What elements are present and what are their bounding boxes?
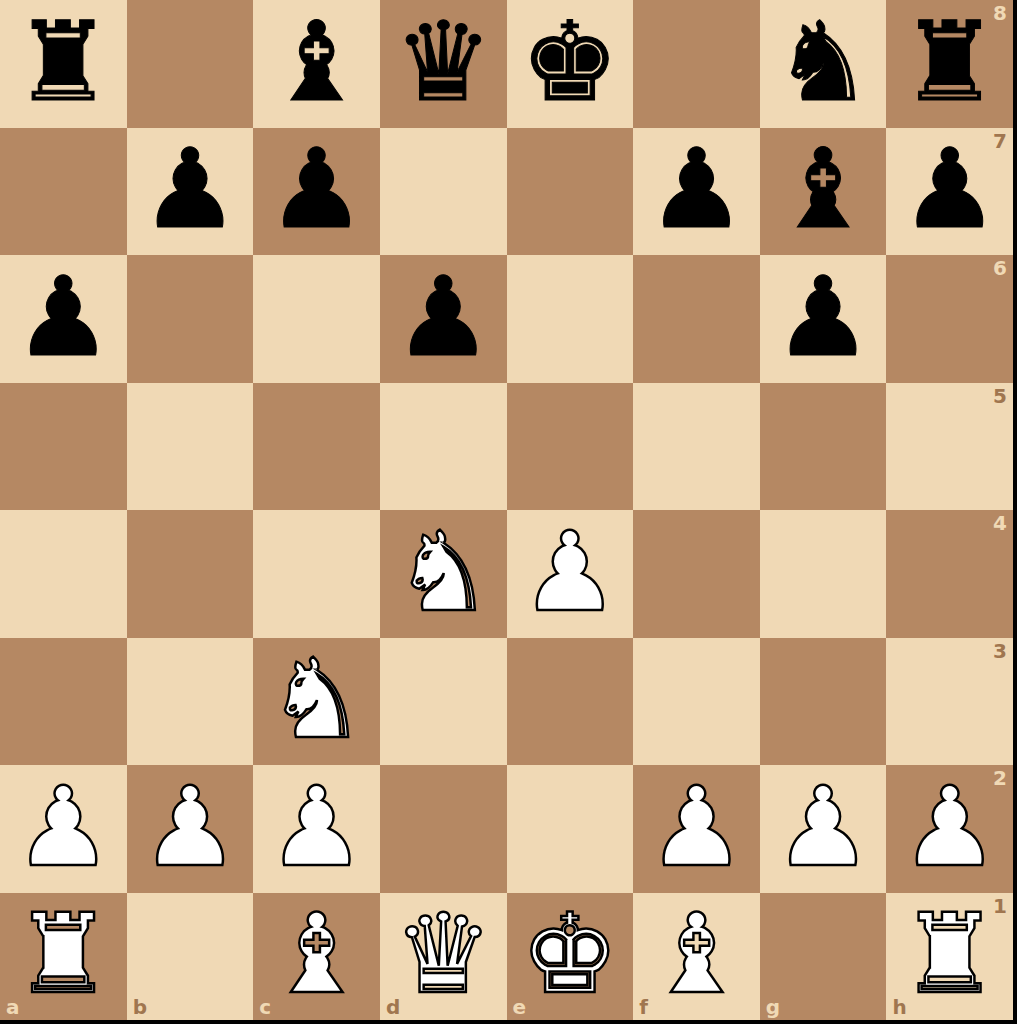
- square-h5[interactable]: 5: [886, 383, 1013, 511]
- square-a4[interactable]: [0, 510, 127, 638]
- square-a3[interactable]: [0, 638, 127, 766]
- square-a7[interactable]: [0, 128, 127, 256]
- black-queen[interactable]: ♛: [394, 7, 493, 117]
- white-pawn[interactable]: ♟: [521, 517, 620, 627]
- square-d6[interactable]: ♟: [380, 255, 507, 383]
- square-h8[interactable]: 8♜: [886, 0, 1013, 128]
- square-f1[interactable]: f♝: [633, 893, 760, 1021]
- square-d7[interactable]: [380, 128, 507, 256]
- square-c1[interactable]: c♝: [253, 893, 380, 1021]
- page: ♜♝♛♚♞8♜♟♟♟♝7♟♟♟♟65♞♟4♞3♟♟♟♟♟2♟a♜bc♝d♛e♚f…: [0, 0, 1017, 1024]
- square-f7[interactable]: ♟: [633, 128, 760, 256]
- square-g4[interactable]: [760, 510, 887, 638]
- white-pawn[interactable]: ♟: [647, 772, 746, 882]
- black-knight[interactable]: ♞: [774, 7, 873, 117]
- white-pawn[interactable]: ♟: [267, 772, 366, 882]
- square-e5[interactable]: [507, 383, 634, 511]
- square-a1[interactable]: a♜: [0, 893, 127, 1021]
- square-g6[interactable]: ♟: [760, 255, 887, 383]
- square-c8[interactable]: ♝: [253, 0, 380, 128]
- square-b7[interactable]: ♟: [127, 128, 254, 256]
- black-pawn[interactable]: ♟: [267, 134, 366, 244]
- square-a2[interactable]: ♟: [0, 765, 127, 893]
- square-e1[interactable]: e♚: [507, 893, 634, 1021]
- square-b2[interactable]: ♟: [127, 765, 254, 893]
- square-f6[interactable]: [633, 255, 760, 383]
- black-king[interactable]: ♚: [521, 7, 620, 117]
- rank-label-6: 6: [993, 258, 1007, 278]
- square-f8[interactable]: [633, 0, 760, 128]
- square-b8[interactable]: [127, 0, 254, 128]
- white-pawn[interactable]: ♟: [900, 772, 999, 882]
- square-a5[interactable]: [0, 383, 127, 511]
- rank-label-5: 5: [993, 386, 1007, 406]
- square-a6[interactable]: ♟: [0, 255, 127, 383]
- square-e3[interactable]: [507, 638, 634, 766]
- square-d8[interactable]: ♛: [380, 0, 507, 128]
- square-h7[interactable]: 7♟: [886, 128, 1013, 256]
- square-c3[interactable]: ♞: [253, 638, 380, 766]
- black-bishop[interactable]: ♝: [267, 7, 366, 117]
- square-g8[interactable]: ♞: [760, 0, 887, 128]
- square-f2[interactable]: ♟: [633, 765, 760, 893]
- square-b5[interactable]: [127, 383, 254, 511]
- black-rook[interactable]: ♜: [14, 7, 113, 117]
- chess-board: ♜♝♛♚♞8♜♟♟♟♝7♟♟♟♟65♞♟4♞3♟♟♟♟♟2♟a♜bc♝d♛e♚f…: [0, 0, 1013, 1020]
- square-h3[interactable]: 3: [886, 638, 1013, 766]
- square-g2[interactable]: ♟: [760, 765, 887, 893]
- square-d2[interactable]: [380, 765, 507, 893]
- square-h2[interactable]: 2♟: [886, 765, 1013, 893]
- square-b4[interactable]: [127, 510, 254, 638]
- black-pawn[interactable]: ♟: [14, 262, 113, 372]
- rank-label-4: 4: [993, 513, 1007, 533]
- square-d1[interactable]: d♛: [380, 893, 507, 1021]
- square-c5[interactable]: [253, 383, 380, 511]
- square-h6[interactable]: 6: [886, 255, 1013, 383]
- square-b1[interactable]: b: [127, 893, 254, 1021]
- white-pawn[interactable]: ♟: [141, 772, 240, 882]
- square-f5[interactable]: [633, 383, 760, 511]
- black-pawn[interactable]: ♟: [647, 134, 746, 244]
- square-c7[interactable]: ♟: [253, 128, 380, 256]
- square-e2[interactable]: [507, 765, 634, 893]
- white-queen[interactable]: ♛: [394, 899, 493, 1009]
- rank-label-3: 3: [993, 641, 1007, 661]
- square-c6[interactable]: [253, 255, 380, 383]
- square-h1[interactable]: 1h♜: [886, 893, 1013, 1021]
- square-g1[interactable]: g: [760, 893, 887, 1021]
- file-label-b: b: [133, 997, 147, 1017]
- black-pawn[interactable]: ♟: [394, 262, 493, 372]
- black-rook[interactable]: ♜: [900, 7, 999, 117]
- black-pawn[interactable]: ♟: [774, 262, 873, 372]
- white-rook[interactable]: ♜: [900, 899, 999, 1009]
- white-bishop[interactable]: ♝: [267, 899, 366, 1009]
- white-pawn[interactable]: ♟: [774, 772, 873, 882]
- square-a8[interactable]: ♜: [0, 0, 127, 128]
- white-pawn[interactable]: ♟: [14, 772, 113, 882]
- black-pawn[interactable]: ♟: [900, 134, 999, 244]
- white-king[interactable]: ♚: [521, 899, 620, 1009]
- square-d3[interactable]: [380, 638, 507, 766]
- black-bishop[interactable]: ♝: [774, 134, 873, 244]
- square-h4[interactable]: 4: [886, 510, 1013, 638]
- white-rook[interactable]: ♜: [14, 899, 113, 1009]
- file-label-g: g: [766, 997, 780, 1017]
- square-d4[interactable]: ♞: [380, 510, 507, 638]
- square-b3[interactable]: [127, 638, 254, 766]
- square-e6[interactable]: [507, 255, 634, 383]
- square-b6[interactable]: [127, 255, 254, 383]
- white-knight[interactable]: ♞: [394, 517, 493, 627]
- square-d5[interactable]: [380, 383, 507, 511]
- white-bishop[interactable]: ♝: [647, 899, 746, 1009]
- square-g7[interactable]: ♝: [760, 128, 887, 256]
- white-knight[interactable]: ♞: [267, 644, 366, 754]
- square-e8[interactable]: ♚: [507, 0, 634, 128]
- square-g5[interactable]: [760, 383, 887, 511]
- square-e7[interactable]: [507, 128, 634, 256]
- square-e4[interactable]: ♟: [507, 510, 634, 638]
- square-c2[interactable]: ♟: [253, 765, 380, 893]
- square-g3[interactable]: [760, 638, 887, 766]
- square-f3[interactable]: [633, 638, 760, 766]
- square-f4[interactable]: [633, 510, 760, 638]
- black-pawn[interactable]: ♟: [141, 134, 240, 244]
- square-c4[interactable]: [253, 510, 380, 638]
